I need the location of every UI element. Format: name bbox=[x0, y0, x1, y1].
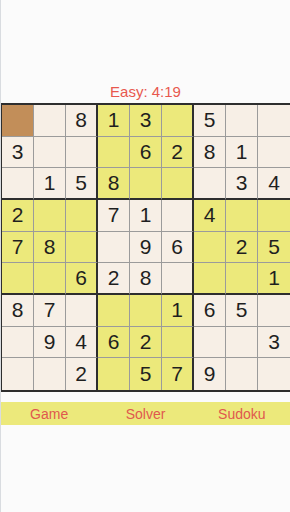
cell-r6c8[interactable] bbox=[226, 263, 258, 295]
cell-r8c4[interactable]: 6 bbox=[98, 327, 130, 359]
cell-r5c6[interactable]: 6 bbox=[162, 232, 194, 264]
cell-r7c3[interactable] bbox=[66, 295, 98, 327]
cell-r4c6[interactable] bbox=[162, 200, 194, 232]
cell-r9c9[interactable] bbox=[258, 358, 290, 390]
cell-r6c6[interactable] bbox=[162, 263, 194, 295]
cell-r1c7[interactable]: 5 bbox=[194, 105, 226, 137]
cell-r7c8[interactable]: 5 bbox=[226, 295, 258, 327]
cell-r8c1[interactable] bbox=[2, 327, 34, 359]
cell-r9c6[interactable]: 7 bbox=[162, 358, 194, 390]
cell-r5c4[interactable] bbox=[98, 232, 130, 264]
cell-r8c2[interactable]: 9 bbox=[34, 327, 66, 359]
cell-r1c5[interactable]: 3 bbox=[130, 105, 162, 137]
cell-r1c8[interactable] bbox=[226, 105, 258, 137]
cell-r3c7[interactable] bbox=[194, 168, 226, 200]
cell-r9c4[interactable] bbox=[98, 358, 130, 390]
cell-r8c5[interactable]: 2 bbox=[130, 327, 162, 359]
cell-r3c4[interactable]: 8 bbox=[98, 168, 130, 200]
cell-r2c9[interactable] bbox=[258, 137, 290, 169]
menu-item-game[interactable]: Game bbox=[1, 402, 97, 425]
cell-r4c3[interactable] bbox=[66, 200, 98, 232]
cell-r7c7[interactable]: 6 bbox=[194, 295, 226, 327]
cell-r6c1[interactable] bbox=[2, 263, 34, 295]
difficulty-timer-label: Easy: 4:19 bbox=[1, 82, 290, 102]
cell-r6c7[interactable] bbox=[194, 263, 226, 295]
cell-r5c5[interactable]: 9 bbox=[130, 232, 162, 264]
cell-r2c3[interactable] bbox=[66, 137, 98, 169]
sudoku-board: 8135362811583427147896256281871659462325… bbox=[1, 103, 290, 392]
cell-r3c8[interactable]: 3 bbox=[226, 168, 258, 200]
cell-r3c5[interactable] bbox=[130, 168, 162, 200]
cell-r6c3[interactable]: 6 bbox=[66, 263, 98, 295]
cell-r4c9[interactable] bbox=[258, 200, 290, 232]
cell-r1c3[interactable]: 8 bbox=[66, 105, 98, 137]
cell-r5c9[interactable]: 5 bbox=[258, 232, 290, 264]
cell-r4c1[interactable]: 2 bbox=[2, 200, 34, 232]
cell-r9c7[interactable]: 9 bbox=[194, 358, 226, 390]
cell-r2c5[interactable]: 6 bbox=[130, 137, 162, 169]
menu-item-sudoku[interactable]: Sudoku bbox=[194, 402, 290, 425]
cell-r7c1[interactable]: 8 bbox=[2, 295, 34, 327]
cell-r2c8[interactable]: 1 bbox=[226, 137, 258, 169]
cell-r1c6[interactable] bbox=[162, 105, 194, 137]
cell-r1c4[interactable]: 1 bbox=[98, 105, 130, 137]
cell-r2c2[interactable] bbox=[34, 137, 66, 169]
cell-r9c1[interactable] bbox=[2, 358, 34, 390]
cell-r6c4[interactable]: 2 bbox=[98, 263, 130, 295]
cell-r7c4[interactable] bbox=[98, 295, 130, 327]
cell-r5c2[interactable]: 8 bbox=[34, 232, 66, 264]
cell-r9c3[interactable]: 2 bbox=[66, 358, 98, 390]
cell-r4c4[interactable]: 7 bbox=[98, 200, 130, 232]
cell-r7c2[interactable]: 7 bbox=[34, 295, 66, 327]
cell-r9c2[interactable] bbox=[34, 358, 66, 390]
cell-r5c3[interactable] bbox=[66, 232, 98, 264]
cell-r2c7[interactable]: 8 bbox=[194, 137, 226, 169]
cell-r2c1[interactable]: 3 bbox=[2, 137, 34, 169]
cell-r3c6[interactable] bbox=[162, 168, 194, 200]
cell-r8c3[interactable]: 4 bbox=[66, 327, 98, 359]
cell-r9c5[interactable]: 5 bbox=[130, 358, 162, 390]
cell-r1c9[interactable] bbox=[258, 105, 290, 137]
cell-r4c7[interactable]: 4 bbox=[194, 200, 226, 232]
bottom-menu-bar: Game Solver Sudoku bbox=[1, 402, 290, 425]
cell-r7c5[interactable] bbox=[130, 295, 162, 327]
cell-r3c9[interactable]: 4 bbox=[258, 168, 290, 200]
cell-r9c8[interactable] bbox=[226, 358, 258, 390]
cell-r4c5[interactable]: 1 bbox=[130, 200, 162, 232]
cell-r5c7[interactable] bbox=[194, 232, 226, 264]
cell-r4c2[interactable] bbox=[34, 200, 66, 232]
menu-item-solver[interactable]: Solver bbox=[97, 402, 193, 425]
cell-r4c8[interactable] bbox=[226, 200, 258, 232]
cell-r5c8[interactable]: 2 bbox=[226, 232, 258, 264]
cell-r7c9[interactable] bbox=[258, 295, 290, 327]
cell-r8c9[interactable]: 3 bbox=[258, 327, 290, 359]
app-screen: Easy: 4:19 81353628115834271478962562818… bbox=[0, 0, 290, 512]
cell-r8c8[interactable] bbox=[226, 327, 258, 359]
cell-r2c6[interactable]: 2 bbox=[162, 137, 194, 169]
cell-r2c4[interactable] bbox=[98, 137, 130, 169]
cell-r6c5[interactable]: 8 bbox=[130, 263, 162, 295]
cell-r3c3[interactable]: 5 bbox=[66, 168, 98, 200]
cell-r8c6[interactable] bbox=[162, 327, 194, 359]
cell-r1c2[interactable] bbox=[34, 105, 66, 137]
cell-r3c1[interactable] bbox=[2, 168, 34, 200]
cell-r8c7[interactable] bbox=[194, 327, 226, 359]
cell-r5c1[interactable]: 7 bbox=[2, 232, 34, 264]
cell-r3c2[interactable]: 1 bbox=[34, 168, 66, 200]
cell-r7c6[interactable]: 1 bbox=[162, 295, 194, 327]
cell-r1c1[interactable] bbox=[2, 105, 34, 137]
cell-r6c9[interactable]: 1 bbox=[258, 263, 290, 295]
cell-r6c2[interactable] bbox=[34, 263, 66, 295]
